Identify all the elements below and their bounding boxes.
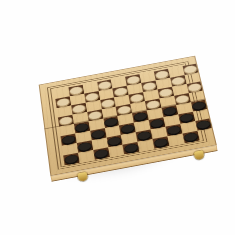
white-piece[interactable]: ●: [97, 79, 113, 91]
black-piece[interactable]: ●: [195, 118, 212, 130]
white-piece[interactable]: ●: [129, 92, 145, 104]
square-a1[interactable]: ●: [63, 153, 79, 166]
board-top-face: ●●●●●●●●●●●●●●●●●●●●●●●●●●●●●●●●●●●●●●●●: [39, 56, 217, 176]
brass-clasp-right[interactable]: [194, 150, 204, 160]
board-rotation-wrapper: ●●●●●●●●●●●●●●●●●●●●●●●●●●●●●●●●●●●●●●●●: [29, 18, 220, 209]
white-piece[interactable]: ●: [55, 96, 71, 108]
square-g1[interactable]: ●: [153, 136, 170, 149]
square-e1[interactable]: ●: [123, 142, 140, 155]
white-piece[interactable]: ●: [84, 91, 100, 103]
white-piece[interactable]: ●: [68, 84, 84, 96]
white-piece[interactable]: ●: [125, 74, 141, 86]
square-j1: [197, 128, 214, 140]
product-photo: ●●●●●●●●●●●●●●●●●●●●●●●●●●●●●●●●●●●●●●●●: [0, 0, 235, 235]
white-piece[interactable]: ●: [154, 68, 170, 80]
black-piece[interactable]: ●: [123, 141, 140, 154]
white-piece[interactable]: ●: [170, 75, 186, 87]
white-piece[interactable]: ●: [141, 80, 157, 92]
white-piece[interactable]: ●: [157, 86, 173, 98]
square-i1[interactable]: ●: [182, 131, 199, 143]
board-perspective-wrapper: ●●●●●●●●●●●●●●●●●●●●●●●●●●●●●●●●●●●●●●●●: [39, 56, 217, 176]
white-piece[interactable]: ●: [100, 97, 116, 109]
square-f1: [138, 139, 155, 152]
square-c1[interactable]: ●: [93, 147, 110, 160]
black-piece[interactable]: ●: [93, 147, 110, 160]
square-b1: [78, 150, 94, 163]
white-piece[interactable]: ●: [186, 81, 203, 93]
brass-clasp-left[interactable]: [78, 172, 89, 182]
white-piece[interactable]: ●: [182, 63, 198, 75]
board-grid: ●●●●●●●●●●●●●●●●●●●●●●●●●●●●●●●●●●●●●●●●: [54, 66, 200, 164]
draughts-board: ●●●●●●●●●●●●●●●●●●●●●●●●●●●●●●●●●●●●●●●●: [39, 56, 217, 176]
white-piece[interactable]: ●: [71, 102, 87, 114]
white-piece[interactable]: ●: [113, 85, 129, 97]
square-d1: [108, 145, 125, 158]
black-piece[interactable]: ●: [63, 152, 79, 165]
